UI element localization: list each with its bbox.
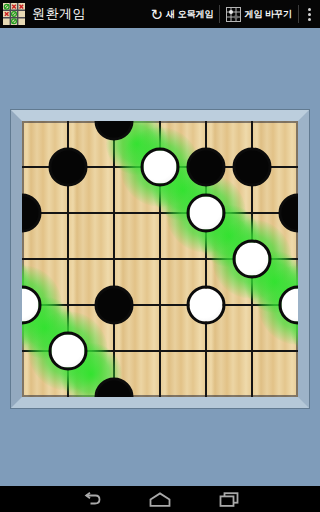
recents-icon	[218, 492, 240, 507]
change-game-button[interactable]: 게임 바꾸기	[220, 0, 298, 28]
home-button[interactable]	[126, 486, 195, 512]
white-stone-winning	[233, 240, 272, 279]
recents-button[interactable]	[195, 486, 264, 512]
new-game-label: 새 오목게임	[166, 8, 214, 21]
black-stone	[279, 194, 299, 233]
black-stone	[22, 194, 42, 233]
black-stone	[233, 148, 272, 187]
change-game-label: 게임 바꾸기	[244, 8, 292, 21]
system-navbar	[0, 486, 320, 512]
page-title: 원환게임	[32, 5, 86, 23]
black-stone	[95, 378, 134, 398]
black-stone	[49, 148, 88, 187]
mini-board-icon	[226, 7, 241, 22]
white-stone-winning	[141, 148, 180, 187]
overflow-menu-button[interactable]	[299, 0, 320, 28]
back-button[interactable]	[57, 486, 126, 512]
screen: 원환게임 ↻ 새 오목게임 게임 바꾸기	[0, 0, 320, 512]
white-stone-winning	[187, 194, 226, 233]
white-stone-winning	[22, 286, 42, 325]
white-stone-winning	[279, 286, 299, 325]
app-logo-icon	[3, 3, 25, 25]
black-stone	[95, 286, 134, 325]
action-bar-buttons: ↻ 새 오목게임 게임 바꾸기	[144, 0, 320, 28]
new-game-button[interactable]: ↻ 새 오목게임	[144, 0, 219, 28]
white-stone	[187, 286, 226, 325]
back-icon	[80, 492, 102, 507]
board-frame	[11, 110, 309, 408]
action-bar: 원환게임 ↻ 새 오목게임 게임 바꾸기	[0, 0, 320, 28]
home-icon	[148, 492, 172, 507]
black-stone	[187, 148, 226, 187]
board[interactable]	[22, 121, 298, 397]
refresh-icon: ↻	[150, 7, 163, 22]
black-stone	[95, 121, 134, 141]
grid-line-horizontal	[22, 304, 298, 306]
white-stone-winning	[49, 332, 88, 371]
